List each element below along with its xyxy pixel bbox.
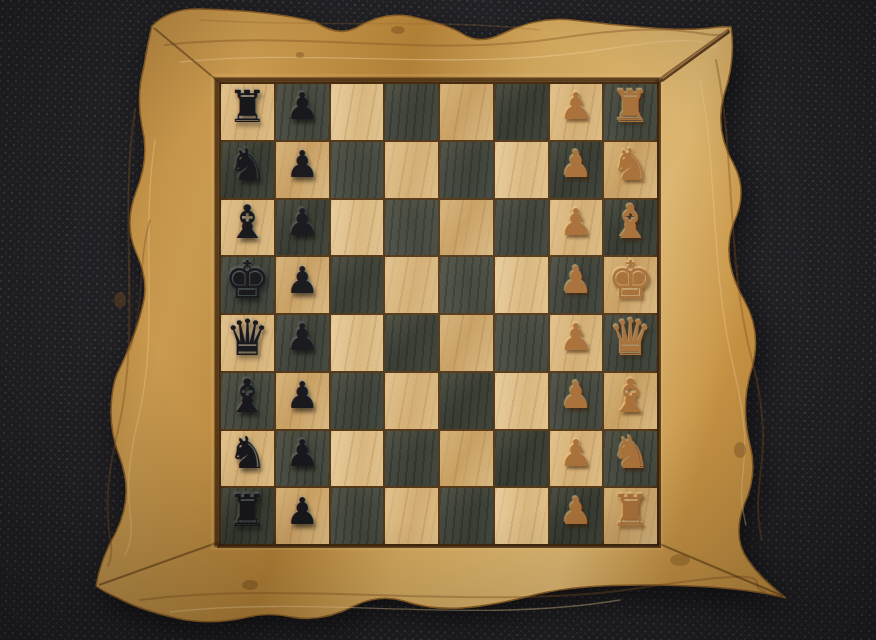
square-r2c1[interactable]: ♞ <box>221 142 274 198</box>
piece-white-pawn[interactable]: ♟ <box>559 262 592 299</box>
piece-black-king[interactable]: ♚ <box>224 254 271 306</box>
square-r1c1[interactable]: ♜ <box>221 84 274 140</box>
square-r4c5[interactable] <box>440 257 493 313</box>
piece-black-pawn[interactable]: ♟ <box>286 435 319 472</box>
piece-white-knight[interactable]: ♞ <box>611 431 650 475</box>
piece-black-pawn[interactable]: ♟ <box>286 377 319 414</box>
piece-white-pawn[interactable]: ♟ <box>559 88 592 125</box>
square-r2c7[interactable]: ♟ <box>550 142 603 198</box>
piece-white-pawn[interactable]: ♟ <box>559 493 592 530</box>
piece-black-knight[interactable]: ♞ <box>228 431 267 475</box>
square-r2c4[interactable] <box>385 142 438 198</box>
square-r2c8[interactable]: ♞ <box>604 142 657 198</box>
square-r6c4[interactable] <box>385 373 438 429</box>
square-r7c8[interactable]: ♞ <box>604 431 657 487</box>
piece-white-bishop[interactable]: ♝ <box>610 373 651 419</box>
square-r4c1[interactable]: ♚ <box>221 257 274 313</box>
piece-white-pawn[interactable]: ♟ <box>559 146 592 183</box>
square-r5c7[interactable]: ♟ <box>550 315 603 371</box>
square-r8c1[interactable]: ♜ <box>221 488 274 544</box>
square-r3c4[interactable] <box>385 200 438 256</box>
square-r5c3[interactable] <box>331 315 384 371</box>
square-r1c8[interactable]: ♜ <box>604 84 657 140</box>
piece-black-pawn[interactable]: ♟ <box>286 493 319 530</box>
piece-black-rook[interactable]: ♜ <box>228 85 267 129</box>
square-r2c6[interactable] <box>495 142 548 198</box>
square-r1c6[interactable] <box>495 84 548 140</box>
square-r3c1[interactable]: ♝ <box>221 200 274 256</box>
piece-black-pawn[interactable]: ♟ <box>286 319 319 356</box>
square-r8c4[interactable] <box>385 488 438 544</box>
square-r7c5[interactable] <box>440 431 493 487</box>
piece-white-pawn[interactable]: ♟ <box>559 377 592 414</box>
square-r7c4[interactable] <box>385 431 438 487</box>
square-r7c1[interactable]: ♞ <box>221 431 274 487</box>
square-r1c7[interactable]: ♟ <box>550 84 603 140</box>
square-r7c3[interactable] <box>331 431 384 487</box>
piece-black-pawn[interactable]: ♟ <box>286 146 319 183</box>
piece-black-knight[interactable]: ♞ <box>228 143 267 187</box>
square-r8c7[interactable]: ♟ <box>550 488 603 544</box>
square-r4c2[interactable]: ♟ <box>276 257 329 313</box>
square-r5c4[interactable] <box>385 315 438 371</box>
square-r5c6[interactable] <box>495 315 548 371</box>
square-r5c2[interactable]: ♟ <box>276 315 329 371</box>
square-r3c5[interactable] <box>440 200 493 256</box>
square-r8c5[interactable] <box>440 488 493 544</box>
square-r7c6[interactable] <box>495 431 548 487</box>
piece-white-bishop[interactable]: ♝ <box>610 199 651 245</box>
square-r8c8[interactable]: ♜ <box>604 488 657 544</box>
square-r3c2[interactable]: ♟ <box>276 200 329 256</box>
square-r1c4[interactable] <box>385 84 438 140</box>
square-r2c2[interactable]: ♟ <box>276 142 329 198</box>
piece-black-bishop[interactable]: ♝ <box>227 199 268 245</box>
square-r4c8[interactable]: ♚ <box>604 257 657 313</box>
square-r8c2[interactable]: ♟ <box>276 488 329 544</box>
square-r6c6[interactable] <box>495 373 548 429</box>
square-r6c1[interactable]: ♝ <box>221 373 274 429</box>
square-r3c6[interactable] <box>495 200 548 256</box>
square-r6c3[interactable] <box>331 373 384 429</box>
square-r1c2[interactable]: ♟ <box>276 84 329 140</box>
piece-white-knight[interactable]: ♞ <box>611 143 650 187</box>
photo-scene: { "game": "chess", "position": { "fen": … <box>0 0 876 640</box>
square-r4c6[interactable] <box>495 257 548 313</box>
chess-board: ♜♟♟♜♞♟♟♞♝♟♟♝♚♟♟♚♛♟♟♛♝♟♟♝♞♟♟♞♜♟♟♜ <box>219 82 659 546</box>
square-r8c6[interactable] <box>495 488 548 544</box>
square-r4c4[interactable] <box>385 257 438 313</box>
square-r3c3[interactable] <box>331 200 384 256</box>
piece-black-queen[interactable]: ♛ <box>225 313 270 363</box>
square-r3c8[interactable]: ♝ <box>604 200 657 256</box>
square-r6c7[interactable]: ♟ <box>550 373 603 429</box>
square-r6c8[interactable]: ♝ <box>604 373 657 429</box>
square-r2c5[interactable] <box>440 142 493 198</box>
square-r7c2[interactable]: ♟ <box>276 431 329 487</box>
piece-white-rook[interactable]: ♜ <box>611 85 650 129</box>
square-r1c5[interactable] <box>440 84 493 140</box>
piece-black-bishop[interactable]: ♝ <box>227 373 268 419</box>
piece-black-pawn[interactable]: ♟ <box>286 262 319 299</box>
piece-black-pawn[interactable]: ♟ <box>286 88 319 125</box>
square-r5c1[interactable]: ♛ <box>221 315 274 371</box>
square-r1c3[interactable] <box>331 84 384 140</box>
square-r3c7[interactable]: ♟ <box>550 200 603 256</box>
square-r2c3[interactable] <box>331 142 384 198</box>
square-r7c7[interactable]: ♟ <box>550 431 603 487</box>
piece-black-pawn[interactable]: ♟ <box>286 204 319 241</box>
square-r6c5[interactable] <box>440 373 493 429</box>
square-r5c8[interactable]: ♛ <box>604 315 657 371</box>
square-r4c3[interactable] <box>331 257 384 313</box>
square-r5c5[interactable] <box>440 315 493 371</box>
piece-white-king[interactable]: ♚ <box>607 254 654 306</box>
piece-white-rook[interactable]: ♜ <box>611 489 650 533</box>
square-r4c7[interactable]: ♟ <box>550 257 603 313</box>
square-r8c3[interactable] <box>331 488 384 544</box>
piece-white-pawn[interactable]: ♟ <box>559 435 592 472</box>
square-r6c2[interactable]: ♟ <box>276 373 329 429</box>
piece-white-pawn[interactable]: ♟ <box>559 319 592 356</box>
piece-black-rook[interactable]: ♜ <box>228 489 267 533</box>
piece-white-pawn[interactable]: ♟ <box>559 204 592 241</box>
piece-white-queen[interactable]: ♛ <box>608 313 653 363</box>
